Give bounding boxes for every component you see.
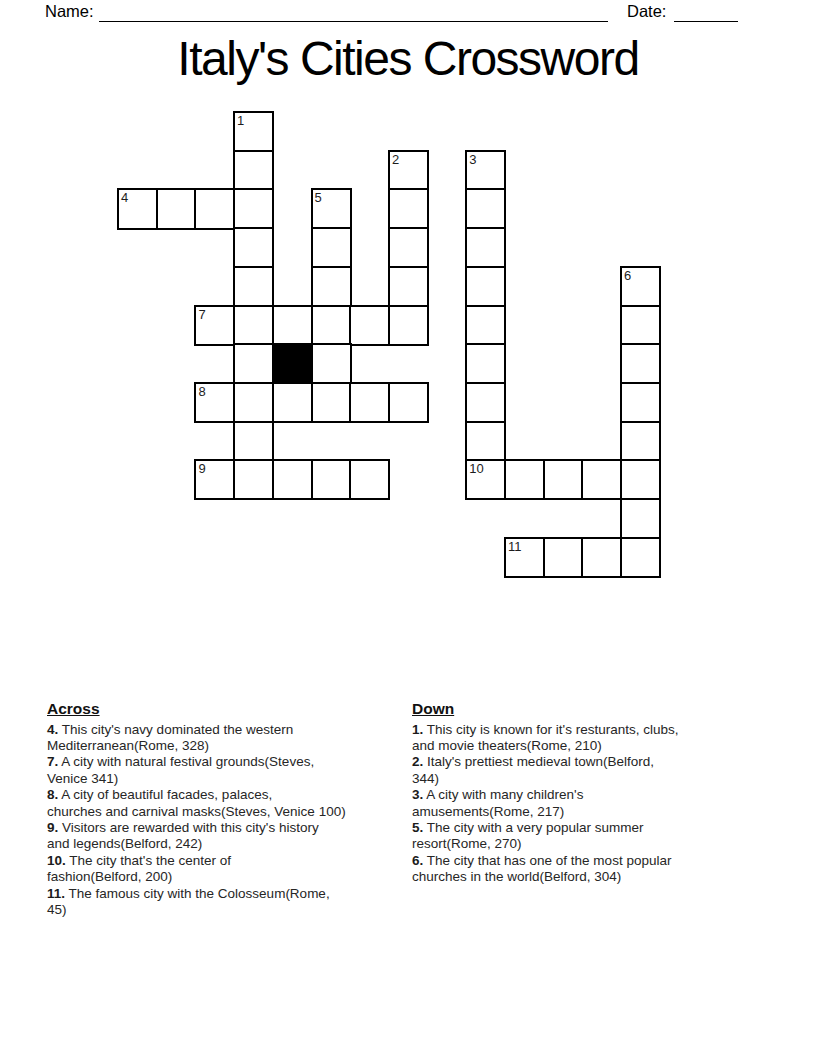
down-clues-section: Down 1. This city is known for it's rest… bbox=[412, 700, 812, 886]
clue-number-label: 1. bbox=[412, 722, 423, 737]
crossword-cell[interactable] bbox=[311, 459, 352, 500]
grid-number-3: 3 bbox=[469, 154, 476, 166]
crossword-cell[interactable] bbox=[311, 305, 352, 346]
clue-number-label: 7. bbox=[47, 754, 58, 769]
crossword-cell[interactable] bbox=[349, 305, 390, 346]
clue-number-label: 6. bbox=[412, 853, 423, 868]
grid-number-4: 4 bbox=[121, 192, 128, 204]
clue-number-label: 10. bbox=[47, 853, 66, 868]
grid-number-6: 6 bbox=[624, 270, 631, 282]
crossword-cell[interactable] bbox=[233, 343, 274, 384]
crossword-cell[interactable] bbox=[465, 188, 506, 229]
grid-number-7: 7 bbox=[198, 309, 205, 321]
crossword-cell[interactable] bbox=[543, 537, 584, 578]
crossword-cell[interactable] bbox=[581, 537, 622, 578]
across-header: Across bbox=[47, 700, 443, 717]
grid-number-2: 2 bbox=[392, 154, 399, 166]
crossword-cell[interactable] bbox=[620, 498, 661, 539]
down-clue-1: 1. This city is known for it's resturant… bbox=[412, 722, 812, 755]
down-clue-5: 5. The city with a very popular summerre… bbox=[412, 820, 812, 853]
clue-number-label: 8. bbox=[47, 787, 58, 802]
name-label: Name: bbox=[45, 2, 94, 20]
crossword-cell[interactable] bbox=[581, 459, 622, 500]
crossword-cell[interactable] bbox=[388, 382, 429, 423]
name-blank-line[interactable] bbox=[99, 3, 608, 22]
crossword-cell[interactable] bbox=[388, 188, 429, 229]
down-clue-2: 2. Italy's prettiest medieval town(Belfo… bbox=[412, 754, 812, 787]
across-clue-8: 8. A city of beautiful facades, palaces,… bbox=[47, 787, 443, 820]
crossword-cell[interactable] bbox=[620, 421, 661, 462]
across-clues-section: Across 4. This city's navy dominated the… bbox=[47, 700, 443, 918]
crossword-cell[interactable] bbox=[233, 188, 274, 229]
crossword-cell[interactable] bbox=[233, 266, 274, 307]
grid-number-11: 11 bbox=[508, 541, 522, 553]
crossword-cell[interactable] bbox=[311, 382, 352, 423]
grid-number-8: 8 bbox=[198, 386, 205, 398]
crossword-cell[interactable] bbox=[465, 227, 506, 268]
crossword-cell[interactable] bbox=[194, 188, 235, 229]
clue-number-label: 11. bbox=[47, 886, 65, 901]
across-clue-10: 10. The city that's the center offashion… bbox=[47, 853, 443, 886]
grid-number-9: 9 bbox=[198, 463, 205, 475]
crossword-cell[interactable] bbox=[388, 266, 429, 307]
clue-number-label: 9. bbox=[47, 820, 58, 835]
crossword-cell[interactable] bbox=[156, 188, 197, 229]
across-clue-11: 11. The famous city with the Colosseum(R… bbox=[47, 886, 443, 919]
clue-number-label: 5. bbox=[412, 820, 423, 835]
crossword-cell[interactable] bbox=[233, 382, 274, 423]
crossword-cell[interactable] bbox=[233, 421, 274, 462]
down-clue-list: 1. This city is known for it's resturant… bbox=[412, 722, 812, 886]
crossword-cell[interactable] bbox=[349, 382, 390, 423]
crossword-cell[interactable] bbox=[504, 459, 545, 500]
down-header: Down bbox=[412, 700, 812, 717]
crossword-cell[interactable] bbox=[620, 459, 661, 500]
crossword-grid: 1234567891011 bbox=[117, 111, 662, 578]
crossword-cell[interactable] bbox=[465, 382, 506, 423]
crossword-cell[interactable] bbox=[620, 305, 661, 346]
crossword-cell[interactable] bbox=[388, 305, 429, 346]
grid-number-5: 5 bbox=[315, 192, 322, 204]
crossword-cell[interactable] bbox=[311, 227, 352, 268]
crossword-cell[interactable] bbox=[311, 343, 352, 384]
crossword-cell[interactable] bbox=[620, 343, 661, 384]
worksheet-page: { "game": "crossword", "title": "Italy's… bbox=[0, 0, 816, 1056]
grid-number-1: 1 bbox=[237, 115, 244, 127]
crossword-cell[interactable] bbox=[272, 459, 313, 500]
clue-number-label: 4. bbox=[47, 722, 58, 737]
crossword-cell[interactable] bbox=[465, 343, 506, 384]
across-clue-9: 9. Visitors are rewarded with this city'… bbox=[47, 820, 443, 853]
crossword-cell[interactable] bbox=[465, 421, 506, 462]
black-cell bbox=[272, 343, 313, 384]
crossword-cell[interactable] bbox=[620, 382, 661, 423]
crossword-cell[interactable] bbox=[465, 266, 506, 307]
down-clue-6: 6. The city that has one of the most pop… bbox=[412, 853, 812, 886]
across-clue-4: 4. This city's navy dominated the wester… bbox=[47, 722, 443, 755]
crossword-cell[interactable] bbox=[272, 382, 313, 423]
crossword-cell[interactable] bbox=[388, 227, 429, 268]
grid-number-10: 10 bbox=[469, 463, 483, 475]
date-blank-line[interactable] bbox=[674, 3, 738, 22]
crossword-cell[interactable] bbox=[233, 459, 274, 500]
crossword-cell[interactable] bbox=[233, 305, 274, 346]
clue-number-label: 3. bbox=[412, 787, 423, 802]
crossword-cell[interactable] bbox=[543, 459, 584, 500]
crossword-cell[interactable] bbox=[272, 305, 313, 346]
across-clue-list: 4. This city's navy dominated the wester… bbox=[47, 722, 443, 919]
crossword-cell[interactable] bbox=[620, 537, 661, 578]
crossword-cell[interactable] bbox=[349, 459, 390, 500]
crossword-cell[interactable] bbox=[233, 150, 274, 191]
across-clue-7: 7. A city with natural festival grounds(… bbox=[47, 754, 443, 787]
clue-number-label: 2. bbox=[412, 754, 423, 769]
crossword-cell[interactable] bbox=[311, 266, 352, 307]
down-clue-3: 3. A city with many children'samusements… bbox=[412, 787, 812, 820]
date-label: Date: bbox=[627, 2, 666, 20]
page-title: Italy's Cities Crossword bbox=[0, 31, 816, 87]
crossword-cell[interactable] bbox=[465, 305, 506, 346]
crossword-cell[interactable] bbox=[233, 227, 274, 268]
